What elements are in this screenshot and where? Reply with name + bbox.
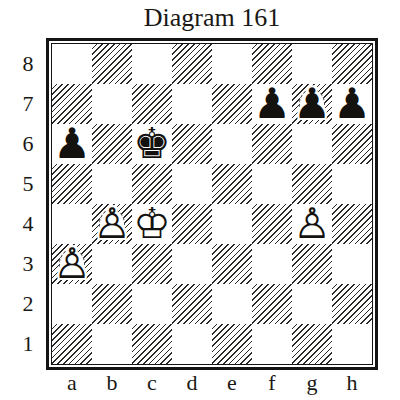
square-b8	[92, 44, 132, 84]
piece-white-pawn: ♙	[93, 204, 131, 244]
square-c4: ♔	[132, 204, 172, 244]
square-f5	[252, 164, 292, 204]
square-d7	[172, 84, 212, 124]
piece-white-pawn: ♙	[293, 204, 331, 244]
piece-black-king: ♚	[133, 124, 171, 164]
square-g4: ♙	[292, 204, 332, 244]
board-frame: ♟♟♟♟♚♙♔♙♙	[46, 38, 378, 370]
square-h4	[332, 204, 372, 244]
square-c8	[132, 44, 172, 84]
square-g5	[292, 164, 332, 204]
square-c5	[132, 164, 172, 204]
square-b4: ♙	[92, 204, 132, 244]
square-f2	[252, 284, 292, 324]
square-a8	[52, 44, 92, 84]
file-label-b: b	[92, 369, 132, 397]
square-c7	[132, 84, 172, 124]
file-label-a: a	[52, 369, 92, 397]
rank-label-7: 7	[16, 84, 40, 124]
square-a2	[52, 284, 92, 324]
square-h8	[332, 44, 372, 84]
square-d6	[172, 124, 212, 164]
square-b2	[92, 284, 132, 324]
square-c6: ♚	[132, 124, 172, 164]
square-f4	[252, 204, 292, 244]
square-f7: ♟	[252, 84, 292, 124]
square-d8	[172, 44, 212, 84]
square-e8	[212, 44, 252, 84]
square-a3: ♙	[52, 244, 92, 284]
rank-label-6: 6	[16, 124, 40, 164]
square-e2	[212, 284, 252, 324]
piece-black-pawn: ♟	[293, 84, 331, 124]
chess-board: ♟♟♟♟♚♙♔♙♙	[52, 44, 372, 364]
file-label-h: h	[332, 369, 372, 397]
square-g6	[292, 124, 332, 164]
square-e1	[212, 324, 252, 364]
piece-black-pawn: ♟	[333, 84, 371, 124]
square-b3	[92, 244, 132, 284]
file-label-c: c	[132, 369, 172, 397]
square-f1	[252, 324, 292, 364]
rank-label-8: 8	[16, 44, 40, 84]
rank-label-4: 4	[16, 204, 40, 244]
square-g1	[292, 324, 332, 364]
square-b6	[92, 124, 132, 164]
square-h7: ♟	[332, 84, 372, 124]
piece-black-pawn: ♟	[253, 84, 291, 124]
square-b7	[92, 84, 132, 124]
square-h1	[332, 324, 372, 364]
square-a4	[52, 204, 92, 244]
file-label-e: e	[212, 369, 252, 397]
square-e3	[212, 244, 252, 284]
rank-label-1: 1	[16, 324, 40, 364]
square-d4	[172, 204, 212, 244]
square-c1	[132, 324, 172, 364]
square-c2	[132, 284, 172, 324]
square-h3	[332, 244, 372, 284]
file-label-f: f	[252, 369, 292, 397]
square-f3	[252, 244, 292, 284]
rank-label-3: 3	[16, 244, 40, 284]
square-a6: ♟	[52, 124, 92, 164]
file-labels: abcdefgh	[52, 369, 372, 397]
rank-label-5: 5	[16, 164, 40, 204]
square-b5	[92, 164, 132, 204]
square-a5	[52, 164, 92, 204]
square-h5	[332, 164, 372, 204]
square-d3	[172, 244, 212, 284]
piece-black-pawn: ♟	[53, 124, 91, 164]
square-d5	[172, 164, 212, 204]
square-c3	[132, 244, 172, 284]
square-d2	[172, 284, 212, 324]
diagram-page: Diagram 161 87654321 ♟♟♟♟♚♙♔♙♙ abcdefgh	[0, 0, 400, 400]
piece-white-king: ♔	[133, 204, 171, 244]
square-e6	[212, 124, 252, 164]
file-label-d: d	[172, 369, 212, 397]
square-d1	[172, 324, 212, 364]
square-e7	[212, 84, 252, 124]
square-a1	[52, 324, 92, 364]
file-label-g: g	[292, 369, 332, 397]
square-b1	[92, 324, 132, 364]
square-h2	[332, 284, 372, 324]
diagram-title: Diagram 161	[46, 2, 378, 34]
square-f6	[252, 124, 292, 164]
square-f8	[252, 44, 292, 84]
square-g7: ♟	[292, 84, 332, 124]
piece-white-pawn: ♙	[53, 244, 91, 284]
square-g3	[292, 244, 332, 284]
square-g8	[292, 44, 332, 84]
square-g2	[292, 284, 332, 324]
rank-labels: 87654321	[16, 44, 40, 364]
square-e5	[212, 164, 252, 204]
square-e4	[212, 204, 252, 244]
board-inner-border: ♟♟♟♟♚♙♔♙♙	[51, 43, 373, 365]
rank-label-2: 2	[16, 284, 40, 324]
square-a7	[52, 84, 92, 124]
square-h6	[332, 124, 372, 164]
